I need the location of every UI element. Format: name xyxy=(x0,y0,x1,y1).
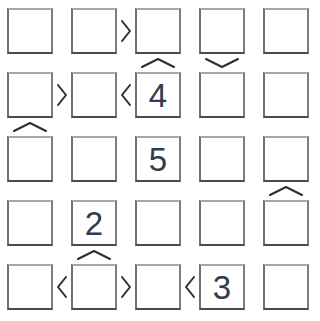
cell-r4c3[interactable] xyxy=(135,200,181,246)
futoshiki-board: 4 5 2 3 xyxy=(7,8,309,310)
cell-r5c5[interactable] xyxy=(263,264,309,310)
futoshiki-puzzle: 4 5 2 3 xyxy=(0,0,320,321)
greater-than-icon-r1c2-r1c3 xyxy=(117,8,135,54)
caret-up-icon-r4c2-r5c2 xyxy=(71,246,117,264)
cell-r3c1[interactable] xyxy=(7,136,53,182)
less-than-icon-r2c2-r2c3 xyxy=(117,72,135,118)
cell-r2c4[interactable] xyxy=(199,72,245,118)
cell-r2c2[interactable] xyxy=(71,72,117,118)
cell-r1c5[interactable] xyxy=(263,8,309,54)
caret-up-icon-r2c1-r3c1 xyxy=(7,118,53,136)
greater-than-icon-r5c2-r5c3 xyxy=(117,264,135,310)
cell-r3c2[interactable] xyxy=(71,136,117,182)
cell-r2c5[interactable] xyxy=(263,72,309,118)
caret-up-icon-r1c3-r2c3 xyxy=(135,54,181,72)
cell-r4c2[interactable]: 2 xyxy=(71,200,117,246)
cell-r5c4[interactable]: 3 xyxy=(199,264,245,310)
caret-up-icon-r3c5-r4c5 xyxy=(263,182,309,200)
cell-r1c4[interactable] xyxy=(199,8,245,54)
cell-r3c5[interactable] xyxy=(263,136,309,182)
cell-r3c3[interactable]: 5 xyxy=(135,136,181,182)
cell-r4c1[interactable] xyxy=(7,200,53,246)
cell-r5c1[interactable] xyxy=(7,264,53,310)
cell-r1c2[interactable] xyxy=(71,8,117,54)
cell-r4c5[interactable] xyxy=(263,200,309,246)
cell-r2c1[interactable] xyxy=(7,72,53,118)
cell-r1c1[interactable] xyxy=(7,8,53,54)
cell-r5c3[interactable] xyxy=(135,264,181,310)
cell-r1c3[interactable] xyxy=(135,8,181,54)
cell-r4c4[interactable] xyxy=(199,200,245,246)
cell-r3c4[interactable] xyxy=(199,136,245,182)
less-than-icon-r5c3-r5c4 xyxy=(181,264,199,310)
cell-r2c3[interactable]: 4 xyxy=(135,72,181,118)
caret-down-icon-r1c4-r2c4 xyxy=(199,54,245,72)
less-than-icon-r5c1-r5c2 xyxy=(53,264,71,310)
cell-r5c2[interactable] xyxy=(71,264,117,310)
greater-than-icon-r2c1-r2c2 xyxy=(53,72,71,118)
